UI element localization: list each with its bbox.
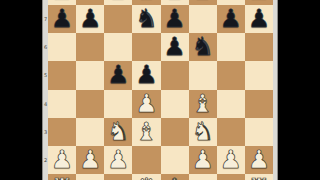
black-pawn-a7[interactable]: ♟ [51,5,73,33]
black-knight-f6[interactable]: ♞ [191,33,213,61]
square-g7[interactable]: ♟ [217,5,245,33]
square-a1[interactable]: ♜ [48,174,76,180]
square-h3[interactable] [245,118,273,146]
board-frame: 87654321 ♜♝♛♚♝♜♟♟♞♟♟♟♟♞♟♟♟♝♞♝♞♟♟♟♟♟♟♜♛♚♜ [42,0,278,180]
white-rook-a1[interactable]: ♜ [51,174,73,180]
square-d1[interactable]: ♛ [132,174,160,180]
square-a2[interactable]: ♟ [48,146,76,174]
square-d5[interactable]: ♟ [132,61,160,89]
white-pawn-h2[interactable]: ♟ [248,146,270,174]
black-pawn-d5[interactable]: ♟ [135,61,157,89]
white-pawn-c2[interactable]: ♟ [107,146,129,174]
white-pawn-f2[interactable]: ♟ [191,146,213,174]
square-e1[interactable]: ♚ [161,174,189,180]
square-b5[interactable] [76,61,104,89]
square-h5[interactable] [245,61,273,89]
black-pawn-b7[interactable]: ♟ [79,5,101,33]
square-e5[interactable] [161,61,189,89]
chess-board[interactable]: ♜♝♛♚♝♜♟♟♞♟♟♟♟♞♟♟♟♝♞♝♞♟♟♟♟♟♟♜♛♚♜ [48,0,273,180]
square-e3[interactable] [161,118,189,146]
white-pawn-d4[interactable]: ♟ [135,90,157,118]
square-a5[interactable] [48,61,76,89]
square-e6[interactable]: ♟ [161,33,189,61]
square-c3[interactable]: ♞ [104,118,132,146]
square-f4[interactable]: ♝ [189,90,217,118]
black-pawn-c5[interactable]: ♟ [107,61,129,89]
square-b4[interactable] [76,90,104,118]
white-pawn-b2[interactable]: ♟ [79,146,101,174]
white-bishop-d3[interactable]: ♝ [135,118,157,146]
square-e4[interactable] [161,90,189,118]
square-h7[interactable]: ♟ [245,5,273,33]
square-c5[interactable]: ♟ [104,61,132,89]
white-pawn-g2[interactable]: ♟ [220,146,242,174]
white-king-e1[interactable]: ♚ [163,174,185,180]
square-h4[interactable] [245,90,273,118]
square-g4[interactable] [217,90,245,118]
square-d3[interactable]: ♝ [132,118,160,146]
white-rook-h1[interactable]: ♜ [248,174,270,180]
square-d4[interactable]: ♟ [132,90,160,118]
square-g3[interactable] [217,118,245,146]
video-frame: 87654321 ♜♝♛♚♝♜♟♟♞♟♟♟♟♞♟♟♟♝♞♝♞♟♟♟♟♟♟♜♛♚♜ [0,0,320,180]
square-c6[interactable] [104,33,132,61]
square-a7[interactable]: ♟ [48,5,76,33]
black-knight-d7[interactable]: ♞ [135,5,157,33]
square-c7[interactable] [104,5,132,33]
black-pawn-e6[interactable]: ♟ [163,33,185,61]
square-b2[interactable]: ♟ [76,146,104,174]
square-d7[interactable]: ♞ [132,5,160,33]
square-e2[interactable] [161,146,189,174]
square-a6[interactable] [48,33,76,61]
square-c2[interactable]: ♟ [104,146,132,174]
square-f1[interactable] [189,174,217,180]
black-pawn-h7[interactable]: ♟ [248,5,270,33]
square-f7[interactable] [189,5,217,33]
white-queen-d1[interactable]: ♛ [135,174,157,180]
white-bishop-f4[interactable]: ♝ [191,90,213,118]
square-a3[interactable] [48,118,76,146]
square-c4[interactable] [104,90,132,118]
white-knight-c3[interactable]: ♞ [107,118,129,146]
square-c1[interactable] [104,174,132,180]
square-h1[interactable]: ♜ [245,174,273,180]
square-f5[interactable] [189,61,217,89]
square-f3[interactable]: ♞ [189,118,217,146]
square-d2[interactable] [132,146,160,174]
white-knight-f3[interactable]: ♞ [191,118,213,146]
square-h2[interactable]: ♟ [245,146,273,174]
square-g5[interactable] [217,61,245,89]
square-f2[interactable]: ♟ [189,146,217,174]
square-b1[interactable] [76,174,104,180]
square-b6[interactable] [76,33,104,61]
square-g2[interactable]: ♟ [217,146,245,174]
square-f6[interactable]: ♞ [189,33,217,61]
square-a4[interactable] [48,90,76,118]
square-d6[interactable] [132,33,160,61]
square-g1[interactable] [217,174,245,180]
black-pawn-g7[interactable]: ♟ [220,5,242,33]
square-b3[interactable] [76,118,104,146]
square-g6[interactable] [217,33,245,61]
square-b7[interactable]: ♟ [76,5,104,33]
square-e7[interactable]: ♟ [161,5,189,33]
square-h6[interactable] [245,33,273,61]
black-pawn-e7[interactable]: ♟ [163,5,185,33]
white-pawn-a2[interactable]: ♟ [51,146,73,174]
